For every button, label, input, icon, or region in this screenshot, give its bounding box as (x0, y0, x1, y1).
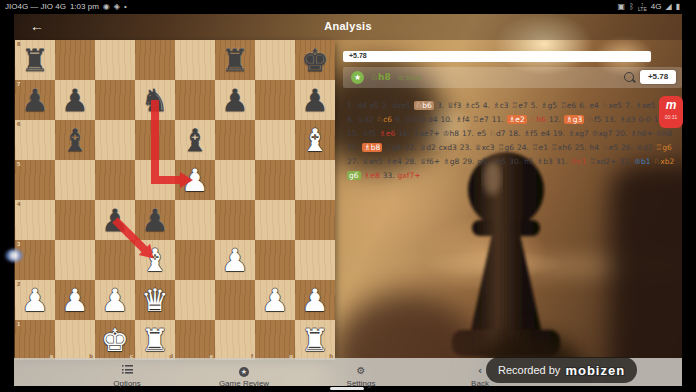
evaluation-value: +5.78 (349, 52, 367, 59)
square-c1[interactable]: ♚c (95, 320, 135, 360)
square-h2[interactable]: ♟ (295, 280, 335, 320)
move-token[interactable]: cxd3 (439, 143, 457, 152)
square-f4[interactable] (215, 200, 255, 240)
move-token[interactable]: 0-0 (639, 115, 651, 124)
black-pawn: ♟ (215, 80, 255, 120)
move-token[interactable]: 7. (625, 101, 632, 110)
black-rook: ♜ (15, 40, 55, 80)
move-token[interactable]: h5 (524, 157, 534, 166)
move-token[interactable]: ♔xg7 (592, 129, 613, 138)
white-pawn: ♟ (95, 280, 135, 320)
square-g7[interactable] (255, 80, 295, 120)
square-d1[interactable]: ♜d (135, 320, 175, 360)
move-token[interactable]: h4 (590, 143, 600, 152)
square-a6[interactable]: 6 (15, 120, 55, 160)
gear-icon: ⚙ (357, 366, 366, 376)
rank-label: 4 (17, 201, 20, 207)
move-token[interactable]: ♗e8 (364, 171, 380, 180)
move-token[interactable]: 32. (619, 157, 631, 166)
square-c3[interactable] (95, 240, 135, 280)
move-token[interactable]: ♖e7 (512, 101, 528, 110)
settings-button[interactable]: ⚙ Settings (326, 360, 396, 388)
move-token[interactable]: ♘xe5 (602, 101, 622, 110)
battery-icon: ▮ (676, 0, 680, 14)
square-e7[interactable] (175, 80, 215, 120)
dot-icon: • (124, 0, 127, 14)
move-token[interactable]: ♔h8 (656, 129, 672, 138)
move-token[interactable]: ♖e1 (532, 143, 548, 152)
move-token[interactable]: ♕f3 (447, 101, 461, 110)
move-token[interactable]: 9. (395, 115, 402, 124)
lte-indicator: ↕LTE (638, 2, 647, 12)
move-token[interactable]: ♗g5 (541, 101, 557, 110)
recorder-logo: m (659, 96, 683, 114)
best-move-star-icon: ★ (351, 71, 364, 84)
mobizen-recorder-widget[interactable]: m 00:31 (659, 96, 683, 128)
move-token[interactable]: ♕d2 (357, 115, 373, 124)
move-token[interactable]: ♗xe5 (635, 101, 655, 110)
move-token[interactable]: 33. (383, 171, 395, 180)
square-d3[interactable]: ♝ (135, 240, 175, 280)
square-g8[interactable] (255, 40, 295, 80)
carrier-label: JIO4G — JIO 4G (5, 0, 66, 14)
move-list[interactable]: 1.d4e52.dxe5♘b63.♕f3♗c54.♗c3♖e75.♗g5♖e66… (347, 99, 679, 183)
game-review-label: Game Review (209, 379, 279, 388)
move-token[interactable]: ♖xh6 (551, 143, 572, 152)
rank-label: 3 (17, 241, 20, 247)
recorder-time: 00:31 (659, 114, 683, 120)
white-pawn: ♟ (255, 280, 295, 320)
best-move-row[interactable]: ★ ♘h8 is best +5.78 (343, 67, 682, 88)
black-knight: ♞ (135, 80, 175, 120)
rank-label: 8 (17, 41, 20, 47)
square-c6[interactable] (95, 120, 135, 160)
black-pawn: ♟ (95, 200, 135, 240)
square-a5[interactable]: 5 (15, 160, 55, 200)
move-token[interactable]: 11. (492, 115, 504, 124)
move-token[interactable]: ♗c3 (493, 101, 509, 110)
mobizen-logo: mobizen (565, 363, 625, 378)
move-token[interactable]: 8. (347, 115, 354, 124)
game-review-button[interactable]: ★ Game Review (209, 360, 279, 388)
move-token[interactable]: 23. (460, 143, 472, 152)
square-f3[interactable]: ♟ (215, 240, 255, 280)
watermark-text: Recorded by (498, 364, 560, 376)
move-token[interactable]: ♗e6 (379, 129, 395, 138)
page-title: Analysis (14, 20, 682, 32)
move-line: 21.♗b8♖g822.♕d2cxd323.♕xc3♖g624.♖e1♖xh62… (347, 141, 679, 155)
white-queen: ♛ (135, 280, 175, 320)
square-c5[interactable] (95, 160, 135, 200)
move-token[interactable]: 21. (347, 143, 359, 152)
move-token[interactable]: ♖g8 (385, 143, 401, 152)
move-token[interactable]: ♘xb2 (654, 157, 675, 166)
square-h1[interactable]: ♜h (295, 320, 335, 360)
chevron-left-icon: ‹ (478, 366, 482, 376)
rank-label: 7 (17, 81, 20, 87)
move-token[interactable]: 5. (531, 101, 538, 110)
move-token[interactable]: ♕f6+ (420, 157, 440, 166)
square-e1[interactable]: e (175, 320, 215, 360)
rank-label: 5 (17, 161, 20, 167)
square-e3[interactable] (175, 240, 215, 280)
square-f8[interactable]: ♜ (215, 40, 255, 80)
square-d8[interactable] (135, 40, 175, 80)
star-circle-icon: ★ (239, 367, 249, 377)
move-token[interactable]: 2. (382, 101, 389, 110)
best-move-label: ♘h8 (370, 72, 391, 82)
move-token[interactable]: 22. (404, 143, 416, 152)
move-token[interactable]: ♖e6 (560, 101, 576, 110)
square-g3[interactable] (255, 240, 295, 280)
white-bishop: ♝ (135, 240, 175, 280)
move-token[interactable]: ♗xg7 (568, 129, 589, 138)
move-token[interactable]: 0-0-0 (405, 115, 425, 124)
move-token[interactable]: ♖g6 (655, 143, 671, 152)
evaluation-badge: +5.78 (640, 70, 676, 84)
square-c4[interactable]: ♟ (95, 200, 135, 240)
move-token[interactable]: ♘c6 (376, 115, 392, 124)
watermark: Recorded by mobizen (486, 357, 637, 383)
square-e8[interactable] (175, 40, 215, 80)
square-b7[interactable]: ♟ (55, 80, 95, 120)
square-g1[interactable]: g (255, 320, 295, 360)
move-token[interactable]: ♘e5 (602, 143, 618, 152)
move-token[interactable]: ♕d2 (419, 143, 435, 152)
move-token[interactable]: 28. (405, 157, 417, 166)
square-f6[interactable] (215, 120, 255, 160)
move-token[interactable]: ♗f5 (524, 129, 538, 138)
white-pawn: ♟ (295, 280, 335, 320)
move-line: 8.♕d2♘c69.0-0-0d410.♗f4♖e711.♗e2♘h612.♗g… (347, 113, 679, 127)
square-a8[interactable]: ♜8 (15, 40, 55, 80)
bluetooth-icon: ᛒ (629, 0, 634, 14)
move-token[interactable]: ♘h6 (530, 115, 546, 124)
square-f2[interactable] (215, 280, 255, 320)
square-b8[interactable] (55, 40, 95, 80)
move-token[interactable]: 27. (347, 157, 359, 166)
move-token[interactable]: 12. (549, 115, 561, 124)
screenshot-icon: ▣ (618, 0, 626, 14)
move-token[interactable]: 29. (462, 157, 474, 166)
square-b4[interactable] (55, 200, 95, 240)
move-token[interactable]: ♗xe7+ (413, 129, 440, 138)
square-a1[interactable]: 1a (15, 320, 55, 360)
square-b1[interactable]: b (55, 320, 95, 360)
move-line: g6♗e833.gxf7+ (347, 169, 679, 183)
move-token[interactable]: 17. (462, 129, 474, 138)
move-token[interactable]: ♘d7 (489, 129, 505, 138)
move-token[interactable]: 20. (615, 129, 627, 138)
square-d6[interactable] (135, 120, 175, 160)
move-token[interactable]: d4 (428, 115, 438, 124)
move-token[interactable]: ♔b1 (634, 157, 650, 166)
screen: JIO4G — JIO 4G 1:03 pm ◉ ◈ • ▣ ᛒ ↕LTE 4G… (0, 0, 696, 392)
options-label: Options (92, 379, 162, 388)
square-a2[interactable]: ♟2 (15, 280, 55, 320)
move-token[interactable]: ♗e2 (507, 115, 527, 124)
options-button[interactable]: Options (92, 360, 162, 388)
move-token[interactable]: e5 (370, 101, 379, 110)
move-token[interactable]: 10. (440, 115, 452, 124)
move-token[interactable]: ♘f5 (587, 115, 601, 124)
move-token[interactable]: 31. (556, 157, 568, 166)
list-icon (122, 365, 133, 374)
move-line: 15.♗f5♗e616.♗xe7+♔h817.e5♘d718.♗f5e419.♗… (347, 127, 679, 141)
square-b3[interactable] (55, 240, 95, 280)
signal-icon: ◢ (665, 0, 671, 14)
move-line: 27.♕xh5♗e428.♕f6+♗g829.g5♘h530.h5♗b331.♔… (347, 155, 679, 169)
move-token[interactable]: 15. (347, 129, 359, 138)
person-icon: ◈ (114, 0, 120, 14)
app-bar: ← Analysis (14, 14, 682, 40)
move-token[interactable]: ♖xd2+ (589, 157, 616, 166)
white-bishop: ♝ (295, 120, 335, 160)
move-token[interactable]: ♗c5 (464, 101, 480, 110)
move-token[interactable]: ♗f4 (455, 115, 469, 124)
floating-bubble-icon[interactable] (5, 249, 23, 262)
square-e6[interactable]: ♝ (175, 120, 215, 160)
move-token[interactable]: 13. (604, 115, 616, 124)
move-token[interactable]: dxe5 (392, 101, 410, 110)
square-h7[interactable]: ♟ (295, 80, 335, 120)
square-g6[interactable] (255, 120, 295, 160)
move-token[interactable]: g6 (347, 171, 361, 180)
move-token[interactable]: g5 (477, 157, 487, 166)
square-d2[interactable]: ♛ (135, 280, 175, 320)
move-token[interactable]: ♗d3 (619, 115, 635, 124)
move-token[interactable]: ♗g3 (564, 115, 584, 124)
square-c2[interactable]: ♟ (95, 280, 135, 320)
move-token[interactable]: 1. (347, 101, 354, 110)
status-bar: JIO4G — JIO 4G 1:03 pm ◉ ◈ • ▣ ᛒ ↕LTE 4G… (0, 0, 696, 14)
move-token[interactable]: 24. (517, 143, 529, 152)
square-d4[interactable]: ♟ (135, 200, 175, 240)
move-token[interactable]: ♗h6+ (630, 129, 653, 138)
square-d7[interactable]: ♞ (135, 80, 175, 120)
clock-label: 1:03 pm (70, 0, 99, 14)
square-e4[interactable] (175, 200, 215, 240)
move-token[interactable]: 4. (483, 101, 490, 110)
square-c8[interactable] (95, 40, 135, 80)
black-bishop: ♝ (175, 120, 215, 160)
move-token[interactable]: ♕xh5 (362, 157, 383, 166)
evaluation-bar: +5.78 (343, 51, 651, 62)
home-indicator[interactable] (330, 387, 364, 390)
move-token[interactable]: ♗f5 (362, 129, 376, 138)
search-icon[interactable] (624, 72, 634, 82)
black-pawn: ♟ (15, 80, 55, 120)
black-pawn: ♟ (135, 200, 175, 240)
chess-board[interactable]: ♜8♜♚♟7♟♞♟♟6♝♝♝5♟4♟♟3♝♟♟2♟♟♛♟♟1ab♚c♜defg♜… (15, 40, 335, 360)
white-pawn: ♟ (175, 160, 215, 200)
square-b2[interactable]: ♟ (55, 280, 95, 320)
square-a7[interactable]: ♟7 (15, 80, 55, 120)
square-h3[interactable] (295, 240, 335, 280)
move-token[interactable]: ♖g6 (498, 143, 514, 152)
move-token[interactable]: ♔h8 (443, 129, 459, 138)
move-token[interactable]: e4 (589, 101, 598, 110)
white-pawn: ♟ (215, 240, 255, 280)
move-token[interactable]: 3. (437, 101, 444, 110)
square-g4[interactable] (255, 200, 295, 240)
whatsapp-icon: ◉ (103, 0, 110, 14)
move-token[interactable]: gxf7+ (398, 171, 421, 180)
square-h4[interactable] (295, 200, 335, 240)
black-king: ♚ (295, 40, 335, 80)
square-g5[interactable] (255, 160, 295, 200)
rank-label: 2 (17, 281, 20, 287)
move-token[interactable]: e5 (477, 129, 486, 138)
black-bishop: ♝ (55, 120, 95, 160)
move-token[interactable]: 25. (575, 143, 587, 152)
move-token[interactable]: ♗g8 (443, 157, 459, 166)
move-token[interactable]: ♘b6 (414, 101, 434, 110)
move-token[interactable]: 6. (579, 101, 586, 110)
square-h8[interactable]: ♚ (295, 40, 335, 80)
square-d5[interactable] (135, 160, 175, 200)
square-f5[interactable] (215, 160, 255, 200)
rank-label: 6 (17, 121, 20, 127)
move-token[interactable]: ♕xc3 (475, 143, 495, 152)
square-f7[interactable]: ♟ (215, 80, 255, 120)
black-pawn: ♟ (295, 80, 335, 120)
square-g2[interactable]: ♟ (255, 280, 295, 320)
move-token[interactable]: 19. (553, 129, 565, 138)
square-e2[interactable] (175, 280, 215, 320)
move-token[interactable]: 16. (398, 129, 410, 138)
square-b6[interactable]: ♝ (55, 120, 95, 160)
move-token[interactable]: ♔c1 (571, 157, 587, 166)
move-line: 1.d4e52.dxe5♘b63.♕f3♗c54.♗c3♖e75.♗g5♖e66… (347, 99, 679, 113)
photo-dark-piece-right (610, 164, 682, 386)
best-move-note: is best (398, 73, 421, 82)
square-a3[interactable]: 3 (15, 240, 55, 280)
move-token[interactable]: ♖e7 (473, 115, 489, 124)
square-a4[interactable]: 4 (15, 200, 55, 240)
white-pawn: ♟ (55, 280, 95, 320)
square-h5[interactable] (295, 160, 335, 200)
white-pawn: ♟ (15, 280, 55, 320)
rank-label: 1 (17, 321, 20, 327)
move-token[interactable]: ♗b3 (537, 157, 553, 166)
square-c7[interactable] (95, 80, 135, 120)
black-pawn: ♟ (55, 80, 95, 120)
move-token[interactable]: ♗b8 (362, 143, 382, 152)
network-label: 4G (651, 0, 662, 14)
black-rook: ♜ (215, 40, 255, 80)
move-token[interactable]: ♗e4 (386, 157, 402, 166)
move-token[interactable]: d4 (357, 101, 367, 110)
square-h6[interactable]: ♝ (295, 120, 335, 160)
move-token[interactable]: 26. (621, 143, 633, 152)
square-f1[interactable]: f (215, 320, 255, 360)
move-token[interactable]: e4 (541, 129, 550, 138)
move-token[interactable]: ♕d2 (636, 143, 652, 152)
move-token[interactable]: 18. (509, 129, 521, 138)
move-token[interactable]: 30. (509, 157, 521, 166)
square-e5[interactable]: ♟ (175, 160, 215, 200)
move-token[interactable]: ♘h5 (490, 157, 506, 166)
square-b5[interactable] (55, 160, 95, 200)
